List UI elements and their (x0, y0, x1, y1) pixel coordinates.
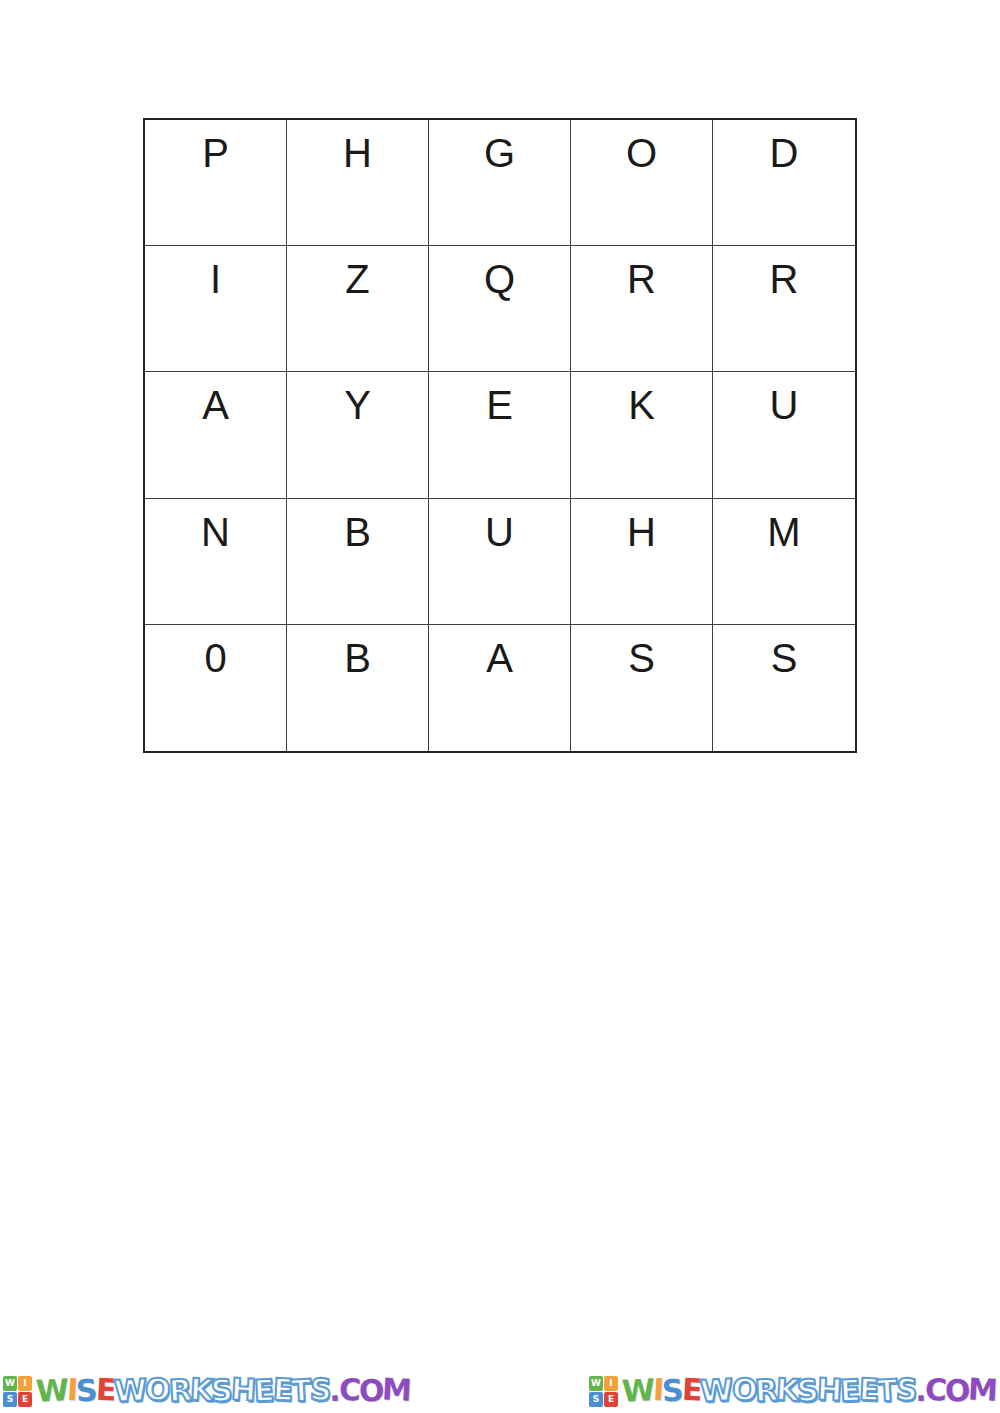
grid-cell-r2c1[interactable]: I (145, 246, 287, 372)
grid-cell-r5c5[interactable]: S (713, 625, 855, 751)
cell-letter: D (770, 130, 799, 176)
cell-letter: R (770, 256, 799, 302)
grid-cell-r1c5[interactable]: D (713, 120, 855, 246)
watermark-letter: M (381, 1374, 412, 1406)
grid-cell-r5c1[interactable]: 0 (145, 625, 287, 751)
watermark-letter: W (700, 1375, 735, 1407)
grid-cell-r1c3[interactable]: G (429, 120, 571, 246)
cell-letter: E (486, 382, 513, 428)
grid-cell-r5c2[interactable]: B (287, 625, 429, 751)
grid-cell-r1c2[interactable]: H (287, 120, 429, 246)
grid-cell-r4c2[interactable]: B (287, 499, 429, 625)
cell-letter: A (202, 382, 229, 428)
logo-square: S (3, 1392, 17, 1407)
grid-cell-r2c5[interactable]: R (713, 246, 855, 372)
cell-letter: H (627, 509, 656, 555)
grid-cell-r5c3[interactable]: A (429, 625, 571, 751)
wiseworksheets-logo-icon: WISE (589, 1376, 618, 1407)
cell-letter: S (771, 635, 798, 681)
cell-letter: M (767, 509, 800, 555)
cell-letter: U (770, 382, 799, 428)
cell-letter: S (628, 635, 655, 681)
worksheet-page: P H G O D I Z Q R R A Y E K U N B U H M … (0, 0, 1000, 1413)
watermark-letter: W (35, 1375, 70, 1407)
cell-letter: N (201, 509, 230, 555)
logo-square: S (589, 1392, 603, 1407)
grid-cell-r5c4[interactable]: S (571, 625, 713, 751)
grid-cell-r1c4[interactable]: O (571, 120, 713, 246)
cell-letter: I (210, 256, 221, 302)
grid-cell-r3c5[interactable]: U (713, 372, 855, 498)
logo-square: W (3, 1376, 17, 1391)
cell-letter: U (485, 509, 514, 555)
cell-letter: A (486, 635, 513, 681)
cell-letter: Z (345, 256, 369, 302)
grid-cell-r3c2[interactable]: Y (287, 372, 429, 498)
cell-letter: K (628, 382, 655, 428)
cell-letter: P (202, 130, 229, 176)
grid-cell-r2c2[interactable]: Z (287, 246, 429, 372)
watermark-letter: M (967, 1374, 998, 1406)
wiseworksheets-logo-icon: WISE (3, 1376, 32, 1407)
cell-letter: G (484, 130, 515, 176)
cell-letter: Q (484, 256, 515, 302)
logo-square: I (18, 1376, 32, 1391)
watermark-instance[interactable]: WISE WISEWORKSHEETS.COM (3, 1376, 411, 1407)
word-search-grid: P H G O D I Z Q R R A Y E K U N B U H M … (143, 118, 857, 753)
watermark-text: WISEWORKSHEETS.COM (623, 1376, 997, 1406)
grid-cell-r4c4[interactable]: H (571, 499, 713, 625)
grid-cell-r4c1[interactable]: N (145, 499, 287, 625)
grid-cell-r4c3[interactable]: U (429, 499, 571, 625)
logo-square: E (604, 1392, 618, 1407)
watermark-letter: W (621, 1375, 656, 1407)
logo-square: W (589, 1376, 603, 1391)
grid-cell-r3c4[interactable]: K (571, 372, 713, 498)
logo-square: E (18, 1392, 32, 1407)
cell-letter: H (343, 130, 372, 176)
watermark-letter: W (114, 1375, 149, 1407)
grid-cell-r2c3[interactable]: Q (429, 246, 571, 372)
cell-letter: Y (344, 382, 371, 428)
cell-letter: B (344, 509, 371, 555)
grid-cell-r3c1[interactable]: A (145, 372, 287, 498)
cell-letter: R (627, 256, 656, 302)
watermark-instance[interactable]: WISE WISEWORKSHEETS.COM (589, 1376, 997, 1407)
grid-cell-r1c1[interactable]: P (145, 120, 287, 246)
watermark-bar: WISE WISEWORKSHEETS.COM WISE WISEWORKSHE… (0, 1370, 1000, 1412)
cell-letter: B (344, 635, 371, 681)
grid-cell-r3c3[interactable]: E (429, 372, 571, 498)
grid-cell-r4c5[interactable]: M (713, 499, 855, 625)
cell-letter: 0 (204, 635, 226, 681)
logo-square: I (604, 1376, 618, 1391)
grid-cell-r2c4[interactable]: R (571, 246, 713, 372)
watermark-text: WISEWORKSHEETS.COM (37, 1376, 411, 1406)
cell-letter: O (626, 130, 657, 176)
